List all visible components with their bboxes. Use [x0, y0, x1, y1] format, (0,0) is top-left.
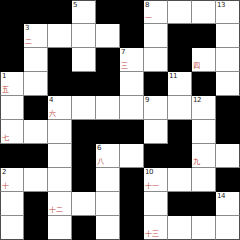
across-clue-label: 十二 — [49, 206, 63, 214]
cell-r9c6-white[interactable]: 十三 — [144, 216, 168, 240]
cell-r8c9-white[interactable]: 14 — [216, 192, 240, 216]
cell-r3c5-white[interactable] — [120, 72, 144, 96]
cell-r1c8-black — [192, 24, 216, 48]
cell-r3c6-black — [144, 72, 168, 96]
cell-r1c2-white[interactable] — [48, 24, 72, 48]
cell-r9c9-white[interactable] — [216, 216, 240, 240]
down-clue-number: 4 — [49, 96, 53, 104]
cell-r4c9-black — [216, 96, 240, 120]
cell-r0c0-black — [0, 0, 24, 24]
cell-r5c5-black — [120, 120, 144, 144]
across-clue-label: 八 — [97, 158, 104, 166]
across-clue-label: 十一 — [145, 182, 159, 190]
cell-r4c7-white[interactable] — [168, 96, 192, 120]
cell-r6c2-white[interactable] — [48, 144, 72, 168]
cell-r2c6-white[interactable] — [144, 48, 168, 72]
cell-r5c1-white[interactable] — [24, 120, 48, 144]
cell-r0c6-white[interactable]: 8一 — [144, 0, 168, 24]
cell-r7c4-white[interactable] — [96, 168, 120, 192]
down-clue-number: 5 — [73, 1, 77, 9]
cell-r8c1-black — [24, 192, 48, 216]
cell-r3c8-black — [192, 72, 216, 96]
cell-r2c8-white[interactable]: 四 — [192, 48, 216, 72]
cell-r6c4-white[interactable]: 6八 — [96, 144, 120, 168]
cell-r7c9-black — [216, 168, 240, 192]
down-clue-number: 1 — [2, 72, 6, 80]
cell-r1c5-black — [120, 24, 144, 48]
cell-r7c8-white[interactable] — [192, 168, 216, 192]
cell-r2c0-black — [0, 48, 24, 72]
across-clue-label: 二 — [25, 38, 32, 46]
cell-r6c7-black — [168, 144, 192, 168]
cell-r0c5-black — [120, 0, 144, 24]
down-clue-number: 12 — [193, 96, 201, 104]
cell-r9c2-white[interactable] — [48, 216, 72, 240]
across-clue-label: 七 — [2, 134, 9, 142]
across-clue-label: 十三 — [145, 230, 159, 238]
cell-r4c1-black — [24, 96, 48, 120]
across-clue-label: 四 — [193, 62, 200, 70]
cell-r4c2-white[interactable]: 4六 — [48, 96, 72, 120]
cell-r3c9-white[interactable] — [216, 72, 240, 96]
down-clue-number: 7 — [121, 48, 125, 56]
across-clue-label: 三 — [121, 62, 128, 70]
cell-r4c3-white[interactable] — [72, 96, 96, 120]
down-clue-number: 9 — [145, 96, 149, 104]
cell-r1c0-black — [0, 24, 24, 48]
cell-r0c4-black — [96, 0, 120, 24]
cell-r9c3-black — [72, 216, 96, 240]
cell-r6c3-black — [72, 144, 96, 168]
cell-r3c3-black — [72, 72, 96, 96]
cell-r9c7-white[interactable] — [168, 216, 192, 240]
cell-r9c1-black — [24, 216, 48, 240]
cell-r2c3-white[interactable] — [72, 48, 96, 72]
across-clue-label: 一 — [145, 14, 152, 22]
cell-r2c2-black — [48, 48, 72, 72]
cell-r6c9-white[interactable] — [216, 144, 240, 168]
cell-r7c1-white[interactable] — [24, 168, 48, 192]
cell-r6c0-black — [0, 144, 24, 168]
cell-r5c4-black — [96, 120, 120, 144]
cell-r5c7-black — [168, 120, 192, 144]
down-clue-number: 10 — [145, 168, 153, 176]
cell-r1c7-black — [168, 24, 192, 48]
cell-r0c2-black — [48, 0, 72, 24]
down-clue-number: 8 — [145, 1, 149, 9]
cell-r3c4-black — [96, 72, 120, 96]
cell-r4c0-white[interactable] — [0, 96, 24, 120]
cell-r2c9-white[interactable] — [216, 48, 240, 72]
cell-r8c0-white[interactable] — [0, 192, 24, 216]
cell-r6c6-black — [144, 144, 168, 168]
cell-r5c8-white[interactable] — [192, 120, 216, 144]
cell-r9c5-black — [120, 216, 144, 240]
crossword-board: 58一133二7三四1五114六912七6八九2十10十一十二14十三 — [0, 0, 240, 240]
across-clue-label: 六 — [49, 110, 56, 118]
cell-r5c9-black — [216, 120, 240, 144]
cell-r8c2-white[interactable]: 十二 — [48, 192, 72, 216]
cell-r9c0-white[interactable] — [0, 216, 24, 240]
cell-r4c6-white[interactable]: 9 — [144, 96, 168, 120]
cell-r1c6-white[interactable] — [144, 24, 168, 48]
cell-r6c5-white[interactable] — [120, 144, 144, 168]
cell-r2c5-white[interactable]: 7三 — [120, 48, 144, 72]
cell-r8c4-white[interactable] — [96, 192, 120, 216]
down-clue-number: 13 — [217, 1, 225, 9]
cell-r7c2-white[interactable] — [48, 168, 72, 192]
cell-r4c5-white[interactable] — [120, 96, 144, 120]
cell-r7c7-white[interactable] — [168, 168, 192, 192]
cell-r7c0-white[interactable]: 2十 — [0, 168, 24, 192]
cell-r8c7-black — [168, 192, 192, 216]
cell-r1c3-white[interactable] — [72, 24, 96, 48]
cell-r0c9-white[interactable]: 13 — [216, 0, 240, 24]
cell-r1c1-white[interactable]: 3二 — [24, 24, 48, 48]
cell-r8c5-black — [120, 192, 144, 216]
down-clue-number: 6 — [97, 144, 101, 152]
across-clue-label: 十 — [2, 182, 9, 190]
cell-r8c8-black — [192, 192, 216, 216]
cell-r0c3-white[interactable]: 5 — [72, 0, 96, 24]
down-clue-number: 14 — [217, 192, 225, 200]
cell-r9c4-white[interactable] — [96, 216, 120, 240]
cell-r1c9-white[interactable] — [216, 24, 240, 48]
cell-r7c3-black — [72, 168, 96, 192]
cell-r3c2-black — [48, 72, 72, 96]
cell-r3c1-white[interactable] — [24, 72, 48, 96]
cell-r4c4-white[interactable] — [96, 96, 120, 120]
cell-r3c0-white[interactable]: 1五 — [0, 72, 24, 96]
cell-r1c4-white[interactable] — [96, 24, 120, 48]
cell-r0c1-black — [24, 0, 48, 24]
across-clue-label: 九 — [193, 158, 200, 166]
cell-r5c3-black — [72, 120, 96, 144]
cell-r9c8-white[interactable] — [192, 216, 216, 240]
cell-r6c1-black — [24, 144, 48, 168]
cell-r5c0-white[interactable]: 七 — [0, 120, 24, 144]
cell-r6c8-white[interactable]: 九 — [192, 144, 216, 168]
cell-r5c6-white[interactable] — [144, 120, 168, 144]
down-clue-number: 3 — [25, 24, 29, 32]
cell-r2c4-black — [96, 48, 120, 72]
cell-r7c6-white[interactable]: 10十一 — [144, 168, 168, 192]
cell-r4c8-white[interactable]: 12 — [192, 96, 216, 120]
cell-r3c7-white[interactable]: 11 — [168, 72, 192, 96]
cell-r8c6-white[interactable] — [144, 192, 168, 216]
down-clue-number: 11 — [169, 72, 177, 80]
cell-r2c7-black — [168, 48, 192, 72]
cell-r5c2-white[interactable] — [48, 120, 72, 144]
down-clue-number: 2 — [2, 168, 6, 176]
cell-r0c8-white[interactable] — [192, 0, 216, 24]
cell-r0c7-white[interactable] — [168, 0, 192, 24]
cell-r2c1-white[interactable] — [24, 48, 48, 72]
cell-r7c5-black — [120, 168, 144, 192]
cell-r8c3-white[interactable] — [72, 192, 96, 216]
across-clue-label: 五 — [2, 86, 9, 94]
